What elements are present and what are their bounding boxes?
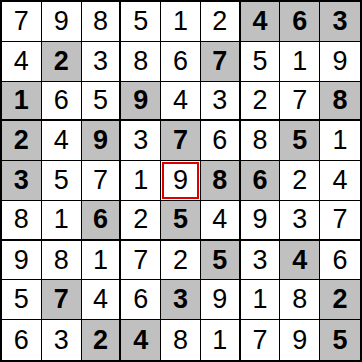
sudoku-cell-r2c8[interactable]: 1 [280, 42, 320, 82]
sudoku-cell-r8c6[interactable]: 9 [201, 280, 241, 320]
sudoku-cell-r9c2[interactable]: 3 [42, 320, 82, 360]
sudoku-cell-r1c1[interactable]: 7 [2, 2, 42, 42]
sudoku-cell-r1c7[interactable]: 4 [241, 2, 281, 42]
sudoku-cell-r6c4[interactable]: 2 [121, 201, 161, 241]
sudoku-cell-r4c4[interactable]: 3 [121, 121, 161, 161]
sudoku-cell-r7c8[interactable]: 4 [280, 241, 320, 281]
sudoku-cell-r7c3[interactable]: 1 [82, 241, 122, 281]
sudoku-cell-r2c1[interactable]: 4 [2, 42, 42, 82]
sudoku-cell-r7c2[interactable]: 8 [42, 241, 82, 281]
sudoku-cell-r3c5[interactable]: 4 [161, 82, 201, 122]
sudoku-cell-r5c6[interactable]: 8 [201, 161, 241, 201]
sudoku-cell-r6c7[interactable]: 9 [241, 201, 281, 241]
sudoku-cell-r5c4[interactable]: 1 [121, 161, 161, 201]
sudoku-cell-r7c5[interactable]: 2 [161, 241, 201, 281]
sudoku-cell-r5c1[interactable]: 3 [2, 161, 42, 201]
sudoku-cell-r9c6[interactable]: 1 [201, 320, 241, 360]
sudoku-cell-r9c1[interactable]: 6 [2, 320, 42, 360]
sudoku-cell-r8c9[interactable]: 2 [320, 280, 360, 320]
sudoku-cell-r1c6[interactable]: 2 [201, 2, 241, 42]
sudoku-cell-r3c1[interactable]: 1 [2, 82, 42, 122]
sudoku-cell-r5c3[interactable]: 7 [82, 161, 122, 201]
sudoku-cell-r8c8[interactable]: 8 [280, 280, 320, 320]
sudoku-cell-r1c5[interactable]: 1 [161, 2, 201, 42]
sudoku-cell-r5c8[interactable]: 2 [280, 161, 320, 201]
sudoku-cell-r4c1[interactable]: 2 [2, 121, 42, 161]
sudoku-cell-r7c9[interactable]: 6 [320, 241, 360, 281]
sudoku-cell-r4c7[interactable]: 8 [241, 121, 281, 161]
sudoku-cell-r6c9[interactable]: 7 [320, 201, 360, 241]
sudoku-cell-r5c7[interactable]: 6 [241, 161, 281, 201]
sudoku-cell-r8c2[interactable]: 7 [42, 280, 82, 320]
sudoku-cell-r5c9[interactable]: 4 [320, 161, 360, 201]
sudoku-cell-r9c9[interactable]: 5 [320, 320, 360, 360]
sudoku-cell-r7c7[interactable]: 3 [241, 241, 281, 281]
sudoku-cell-r1c3[interactable]: 8 [82, 2, 122, 42]
sudoku-cell-r3c8[interactable]: 7 [280, 82, 320, 122]
sudoku-cell-r6c1[interactable]: 8 [2, 201, 42, 241]
sudoku-cell-r2c5[interactable]: 6 [161, 42, 201, 82]
sudoku-cell-r4c6[interactable]: 6 [201, 121, 241, 161]
sudoku-cell-r1c9[interactable]: 3 [320, 2, 360, 42]
sudoku-cell-r4c5[interactable]: 7 [161, 121, 201, 161]
sudoku-cell-r9c4[interactable]: 4 [121, 320, 161, 360]
sudoku-cell-r9c5[interactable]: 8 [161, 320, 201, 360]
sudoku-cell-r3c6[interactable]: 3 [201, 82, 241, 122]
sudoku-cell-r2c7[interactable]: 5 [241, 42, 281, 82]
sudoku-cell-r5c2[interactable]: 5 [42, 161, 82, 201]
sudoku-cell-r1c4[interactable]: 5 [121, 2, 161, 42]
sudoku-cell-r4c9[interactable]: 1 [320, 121, 360, 161]
sudoku-cell-r3c4[interactable]: 9 [121, 82, 161, 122]
sudoku-cell-r4c3[interactable]: 9 [82, 121, 122, 161]
sudoku-cell-r8c1[interactable]: 5 [2, 280, 42, 320]
sudoku-cell-r9c8[interactable]: 9 [280, 320, 320, 360]
sudoku-cell-r2c4[interactable]: 8 [121, 42, 161, 82]
sudoku-cell-r7c6[interactable]: 5 [201, 241, 241, 281]
sudoku-cell-r2c2[interactable]: 2 [42, 42, 82, 82]
sudoku-cell-r2c6[interactable]: 7 [201, 42, 241, 82]
sudoku-cell-r3c9[interactable]: 8 [320, 82, 360, 122]
sudoku-cell-r1c8[interactable]: 6 [280, 2, 320, 42]
sudoku-cell-r6c2[interactable]: 1 [42, 201, 82, 241]
sudoku-cell-r8c7[interactable]: 1 [241, 280, 281, 320]
sudoku-cell-r2c9[interactable]: 9 [320, 42, 360, 82]
sudoku-cell-r5c5[interactable]: 9 [161, 161, 201, 201]
sudoku-cell-r3c7[interactable]: 2 [241, 82, 281, 122]
sudoku-cell-r9c3[interactable]: 2 [82, 320, 122, 360]
sudoku-board: 7985124634238675191659432782493768513571… [0, 0, 362, 362]
sudoku-cell-r8c3[interactable]: 4 [82, 280, 122, 320]
sudoku-cell-r8c5[interactable]: 3 [161, 280, 201, 320]
sudoku-cell-r4c8[interactable]: 5 [280, 121, 320, 161]
sudoku-cell-r6c5[interactable]: 5 [161, 201, 201, 241]
sudoku-cell-r9c7[interactable]: 7 [241, 320, 281, 360]
sudoku-cell-r2c3[interactable]: 3 [82, 42, 122, 82]
sudoku-cell-r7c4[interactable]: 7 [121, 241, 161, 281]
sudoku-cell-r6c3[interactable]: 6 [82, 201, 122, 241]
sudoku-cell-r1c2[interactable]: 9 [42, 2, 82, 42]
sudoku-cell-r6c8[interactable]: 3 [280, 201, 320, 241]
sudoku-cell-r4c2[interactable]: 4 [42, 121, 82, 161]
sudoku-cell-r7c1[interactable]: 9 [2, 241, 42, 281]
sudoku-cell-r3c2[interactable]: 6 [42, 82, 82, 122]
sudoku-cell-r6c6[interactable]: 4 [201, 201, 241, 241]
sudoku-cell-r3c3[interactable]: 5 [82, 82, 122, 122]
sudoku-cell-r8c4[interactable]: 6 [121, 280, 161, 320]
